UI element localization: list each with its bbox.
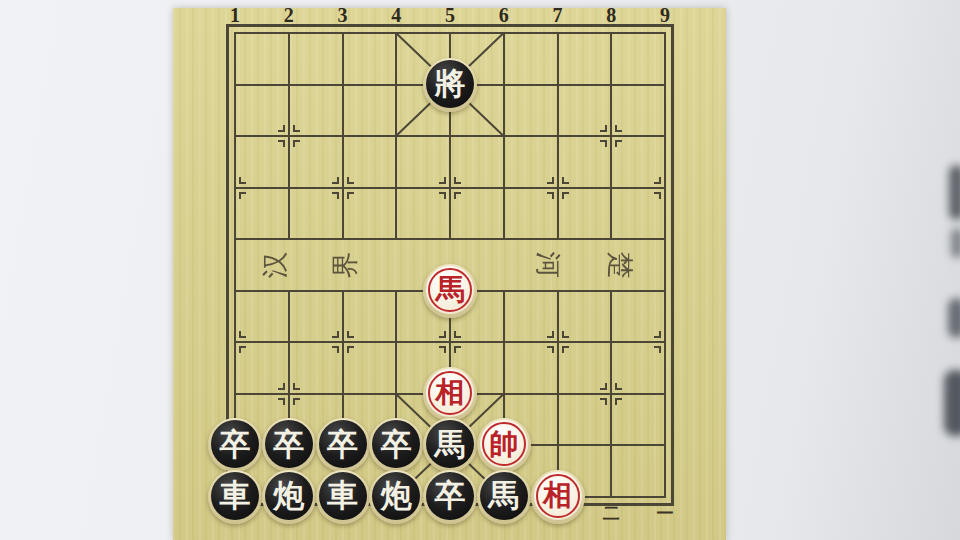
- piece-black-cannon[interactable]: 炮: [369, 470, 423, 524]
- file-label-top-8: 8: [597, 4, 625, 27]
- point-marker: [654, 177, 661, 184]
- piece-face: 帥: [480, 420, 528, 468]
- piece-glyph: 馬: [488, 480, 519, 511]
- point-marker: [293, 398, 300, 405]
- piece-face: 馬: [426, 266, 474, 314]
- point-marker: [547, 331, 554, 338]
- piece-glyph: 炮: [381, 480, 412, 511]
- piece-face: 馬: [426, 420, 474, 468]
- file-label-top-3: 3: [329, 4, 357, 27]
- point-marker: [615, 125, 622, 132]
- file-label-top-5: 5: [436, 4, 464, 27]
- file-label-top-7: 7: [544, 4, 572, 27]
- point-marker: [600, 140, 607, 147]
- piece-red-elephant[interactable]: 相: [531, 470, 585, 524]
- grid-line: [664, 32, 666, 498]
- background-object: [944, 370, 960, 436]
- piece-face: 相: [426, 369, 474, 417]
- piece-face: 卒: [211, 420, 259, 468]
- file-label-top-2: 2: [275, 4, 303, 27]
- point-marker: [439, 177, 446, 184]
- point-marker: [278, 398, 285, 405]
- piece-face: 將: [426, 60, 474, 108]
- point-marker: [654, 192, 661, 199]
- file-label-top-4: 4: [382, 4, 410, 27]
- point-marker: [293, 383, 300, 390]
- point-marker: [562, 192, 569, 199]
- photo-background: 123456789二一汉界河楚將馬相卒卒卒卒馬帥車炮車炮卒馬相: [0, 0, 960, 540]
- point-marker: [654, 346, 661, 353]
- point-marker: [347, 192, 354, 199]
- piece-red-elephant[interactable]: 相: [423, 367, 477, 421]
- point-marker: [293, 140, 300, 147]
- point-marker: [547, 177, 554, 184]
- piece-black-chariot[interactable]: 車: [316, 470, 370, 524]
- point-marker: [562, 331, 569, 338]
- point-marker: [278, 383, 285, 390]
- piece-glyph: 卒: [435, 480, 466, 511]
- piece-face: 馬: [480, 472, 528, 520]
- river-text-left-char-0: 汉: [259, 249, 291, 281]
- river-text-left-char-1: 界: [329, 249, 361, 281]
- point-marker: [615, 383, 622, 390]
- piece-black-chariot[interactable]: 車: [208, 470, 262, 524]
- point-marker: [332, 192, 339, 199]
- piece-face: 炮: [265, 472, 313, 520]
- piece-face: 相: [534, 472, 582, 520]
- piece-face: 卒: [265, 420, 313, 468]
- file-label-bottom-8: 二: [595, 502, 627, 525]
- point-marker: [239, 346, 246, 353]
- point-marker: [239, 177, 246, 184]
- piece-black-horse[interactable]: 馬: [477, 470, 531, 524]
- piece-glyph: 卒: [273, 429, 304, 460]
- piece-face: 車: [211, 472, 259, 520]
- point-marker: [615, 140, 622, 147]
- point-marker: [278, 125, 285, 132]
- file-label-top-6: 6: [490, 4, 518, 27]
- piece-black-soldier[interactable]: 卒: [316, 418, 370, 472]
- point-marker: [332, 177, 339, 184]
- piece-glyph: 馬: [435, 429, 466, 460]
- piece-red-general[interactable]: 帥: [477, 418, 531, 472]
- grid-line: [610, 290, 612, 498]
- point-marker: [454, 346, 461, 353]
- grid-line: [610, 32, 612, 240]
- piece-red-horse[interactable]: 馬: [423, 264, 477, 318]
- point-marker: [600, 398, 607, 405]
- background-object: [948, 298, 960, 338]
- point-marker: [454, 177, 461, 184]
- point-marker: [600, 125, 607, 132]
- point-marker: [562, 177, 569, 184]
- piece-black-horse[interactable]: 馬: [423, 418, 477, 472]
- point-marker: [332, 331, 339, 338]
- file-label-top-9: 9: [651, 4, 679, 27]
- point-marker: [239, 192, 246, 199]
- piece-black-soldier[interactable]: 卒: [423, 470, 477, 524]
- point-marker: [347, 177, 354, 184]
- point-marker: [278, 140, 285, 147]
- grid-line: [557, 32, 559, 240]
- point-marker: [654, 331, 661, 338]
- piece-glyph: 卒: [381, 429, 412, 460]
- piece-glyph: 車: [327, 480, 358, 511]
- piece-black-general[interactable]: 將: [423, 58, 477, 112]
- piece-face: 炮: [372, 472, 420, 520]
- xiangqi-board: 123456789二一汉界河楚將馬相卒卒卒卒馬帥車炮車炮卒馬相: [235, 33, 665, 497]
- point-marker: [547, 346, 554, 353]
- piece-face: 卒: [426, 472, 474, 520]
- background-object: [949, 165, 960, 220]
- piece-glyph: 車: [220, 480, 251, 511]
- point-marker: [332, 346, 339, 353]
- xiangqi-board-mat: 123456789二一汉界河楚將馬相卒卒卒卒馬帥車炮車炮卒馬相: [173, 8, 726, 540]
- piece-black-soldier[interactable]: 卒: [262, 418, 316, 472]
- piece-black-soldier[interactable]: 卒: [369, 418, 423, 472]
- piece-glyph: 帥: [489, 430, 518, 459]
- file-label-top-1: 1: [221, 4, 249, 27]
- grid-line: [288, 32, 290, 240]
- piece-glyph: 將: [435, 68, 466, 99]
- piece-glyph: 馬: [436, 275, 465, 304]
- piece-glyph: 卒: [327, 429, 358, 460]
- point-marker: [547, 192, 554, 199]
- point-marker: [347, 346, 354, 353]
- point-marker: [293, 125, 300, 132]
- point-marker: [439, 331, 446, 338]
- point-marker: [454, 192, 461, 199]
- piece-black-soldier[interactable]: 卒: [208, 418, 262, 472]
- piece-glyph: 相: [436, 378, 465, 407]
- river-text-right-char-1: 楚: [604, 249, 636, 281]
- point-marker: [615, 398, 622, 405]
- river-text-right-char-0: 河: [532, 249, 564, 281]
- point-marker: [239, 331, 246, 338]
- piece-glyph: 卒: [220, 429, 251, 460]
- point-marker: [347, 331, 354, 338]
- point-marker: [454, 331, 461, 338]
- piece-black-cannon[interactable]: 炮: [262, 470, 316, 524]
- point-marker: [439, 346, 446, 353]
- piece-glyph: 相: [543, 481, 572, 510]
- point-marker: [600, 383, 607, 390]
- piece-face: 卒: [372, 420, 420, 468]
- piece-face: 卒: [319, 420, 367, 468]
- background-object: [951, 228, 960, 258]
- piece-glyph: 炮: [273, 480, 304, 511]
- point-marker: [439, 192, 446, 199]
- point-marker: [562, 346, 569, 353]
- grid-line: [557, 290, 559, 498]
- grid-line: [342, 32, 344, 240]
- file-label-bottom-9: 一: [649, 502, 681, 525]
- piece-face: 車: [319, 472, 367, 520]
